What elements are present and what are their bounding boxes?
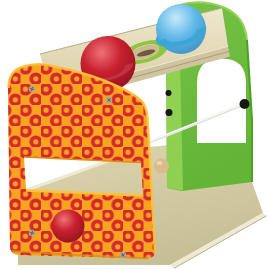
toy-illustration — [0, 0, 270, 269]
wooden-peg-highlight — [157, 161, 163, 165]
screw-top-left — [29, 86, 35, 92]
side-panel-front-edge — [166, 60, 183, 191]
screw-top-right — [106, 97, 112, 103]
red-ball-bottom — [52, 210, 85, 243]
panel-fastener-dot-upper — [166, 90, 172, 96]
wooden-peg-ball — [154, 159, 169, 174]
toy-photo — [0, 0, 270, 269]
panel-fastener-dot-lower — [166, 109, 173, 116]
wooden-peg — [154, 159, 169, 174]
rod-grommet — [240, 99, 250, 109]
screw-bottom-left — [29, 230, 35, 236]
screw-bottom-right — [120, 252, 126, 258]
